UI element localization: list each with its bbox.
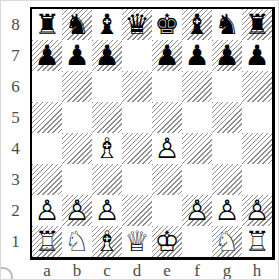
square-f7[interactable]: ♟ <box>182 40 212 71</box>
square-f1[interactable] <box>182 226 212 257</box>
file-label-h: h <box>242 260 272 280</box>
black-pawn[interactable]: ♟ <box>242 40 272 71</box>
square-g7[interactable]: ♟ <box>212 40 242 71</box>
square-g5[interactable] <box>212 102 242 133</box>
piece-outline: ♙ <box>92 195 122 226</box>
square-h4[interactable] <box>242 133 272 164</box>
rank-label-3: 3 <box>1 164 30 195</box>
square-c2[interactable]: ♟♙ <box>92 195 122 226</box>
square-f6[interactable] <box>182 71 212 102</box>
white-knight[interactable]: ♞♘ <box>62 226 92 257</box>
file-label-c: c <box>92 260 122 280</box>
square-h5[interactable] <box>242 102 272 133</box>
square-b6[interactable] <box>62 71 92 102</box>
square-b1[interactable]: ♞♘ <box>62 226 92 257</box>
rank-label-4: 4 <box>1 133 30 164</box>
square-f3[interactable] <box>182 164 212 195</box>
square-f5[interactable] <box>182 102 212 133</box>
file-label-d: d <box>122 260 152 280</box>
square-g3[interactable] <box>212 164 242 195</box>
square-d4[interactable] <box>122 133 152 164</box>
square-c1[interactable]: ♝♗ <box>92 226 122 257</box>
black-pawn[interactable]: ♟ <box>62 40 92 71</box>
piece-outline: ♖ <box>242 226 272 257</box>
black-pawn[interactable]: ♟ <box>92 40 122 71</box>
square-d3[interactable] <box>122 164 152 195</box>
square-f4[interactable] <box>182 133 212 164</box>
rank-label-7: 7 <box>1 40 30 71</box>
window-corner-artifact <box>0 267 13 280</box>
square-b5[interactable] <box>62 102 92 133</box>
file-label-e: e <box>152 260 182 280</box>
white-bishop[interactable]: ♝♗ <box>92 226 122 257</box>
white-rook[interactable]: ♜♖ <box>32 226 62 257</box>
white-knight[interactable]: ♞♘ <box>212 226 242 257</box>
square-h7[interactable]: ♟ <box>242 40 272 71</box>
square-h8[interactable]: ♜ <box>242 9 272 40</box>
square-a8[interactable]: ♜ <box>32 9 62 40</box>
square-e1[interactable]: ♚♔ <box>152 226 182 257</box>
rank-label-6: 6 <box>1 71 30 102</box>
black-pawn[interactable]: ♟ <box>182 40 212 71</box>
square-e7[interactable]: ♟ <box>152 40 182 71</box>
square-c5[interactable] <box>92 102 122 133</box>
white-pawn[interactable]: ♟♙ <box>92 195 122 226</box>
square-a5[interactable] <box>32 102 62 133</box>
square-f2[interactable]: ♟♙ <box>182 195 212 226</box>
white-pawn[interactable]: ♟♙ <box>32 195 62 226</box>
piece-outline: ♙ <box>242 195 272 226</box>
white-bishop[interactable]: ♝♗ <box>92 133 122 164</box>
square-c8[interactable]: ♝ <box>92 9 122 40</box>
black-rook[interactable]: ♜ <box>32 9 62 40</box>
piece-outline: ♖ <box>32 226 62 257</box>
white-pawn[interactable]: ♟♙ <box>242 195 272 226</box>
chess-diagram-window: 87654321 ♜♞♝♛♚♝♞♜♟♟♟♟♟♟♟♝♗♟♙♟♙♟♙♟♙♟♙♟♙♟♙… <box>0 0 279 280</box>
square-a2[interactable]: ♟♙ <box>32 195 62 226</box>
piece-outline: ♔ <box>152 226 182 257</box>
square-g6[interactable] <box>212 71 242 102</box>
white-pawn[interactable]: ♟♙ <box>212 195 242 226</box>
piece-outline: ♗ <box>92 226 122 257</box>
square-c3[interactable] <box>92 164 122 195</box>
rank-label-8: 8 <box>1 9 30 40</box>
piece-outline: ♙ <box>32 195 62 226</box>
square-g8[interactable]: ♞ <box>212 9 242 40</box>
rank-label-5: 5 <box>1 102 30 133</box>
black-king[interactable]: ♚ <box>152 9 182 40</box>
black-bishop[interactable]: ♝ <box>182 9 212 40</box>
square-g2[interactable]: ♟♙ <box>212 195 242 226</box>
square-f8[interactable]: ♝ <box>182 9 212 40</box>
square-d2[interactable] <box>122 195 152 226</box>
piece-outline: ♙ <box>62 195 92 226</box>
square-e8[interactable]: ♚ <box>152 9 182 40</box>
square-a1[interactable]: ♜♖ <box>32 226 62 257</box>
square-e3[interactable] <box>152 164 182 195</box>
piece-outline: ♘ <box>212 226 242 257</box>
square-b4[interactable] <box>62 133 92 164</box>
white-pawn[interactable]: ♟♙ <box>62 195 92 226</box>
black-knight[interactable]: ♞ <box>212 9 242 40</box>
white-queen[interactable]: ♛♕ <box>122 226 152 257</box>
black-pawn[interactable]: ♟ <box>152 40 182 71</box>
black-queen[interactable]: ♛ <box>122 9 152 40</box>
square-a3[interactable] <box>32 164 62 195</box>
square-b8[interactable]: ♞ <box>62 9 92 40</box>
square-e2[interactable] <box>152 195 182 226</box>
square-h3[interactable] <box>242 164 272 195</box>
white-king[interactable]: ♚♔ <box>152 226 182 257</box>
square-b7[interactable]: ♟ <box>62 40 92 71</box>
square-c7[interactable]: ♟ <box>92 40 122 71</box>
piece-outline: ♙ <box>182 195 212 226</box>
file-label-b: b <box>62 260 92 280</box>
piece-outline: ♗ <box>92 133 122 164</box>
square-g1[interactable]: ♞♘ <box>212 226 242 257</box>
black-pawn[interactable]: ♟ <box>212 40 242 71</box>
black-bishop[interactable]: ♝ <box>92 9 122 40</box>
square-e5[interactable] <box>152 102 182 133</box>
piece-outline: ♙ <box>152 133 182 164</box>
piece-outline: ♙ <box>212 195 242 226</box>
square-e6[interactable] <box>152 71 182 102</box>
square-c6[interactable] <box>92 71 122 102</box>
square-d8[interactable]: ♛ <box>122 9 152 40</box>
square-d6[interactable] <box>122 71 152 102</box>
chess-board[interactable]: ♜♞♝♛♚♝♞♜♟♟♟♟♟♟♟♝♗♟♙♟♙♟♙♟♙♟♙♟♙♟♙♜♖♞♘♝♗♛♕♚… <box>30 7 275 260</box>
square-h1[interactable]: ♜♖ <box>242 226 272 257</box>
piece-outline: ♕ <box>122 226 152 257</box>
file-label-g: g <box>212 260 242 280</box>
rank-labels: 87654321 <box>1 9 30 257</box>
black-rook[interactable]: ♜ <box>242 9 272 40</box>
square-e4[interactable]: ♟♙ <box>152 133 182 164</box>
square-b2[interactable]: ♟♙ <box>62 195 92 226</box>
square-c4[interactable]: ♝♗ <box>92 133 122 164</box>
square-d7[interactable] <box>122 40 152 71</box>
white-pawn[interactable]: ♟♙ <box>152 133 182 164</box>
piece-outline: ♘ <box>62 226 92 257</box>
square-b3[interactable] <box>62 164 92 195</box>
white-rook[interactable]: ♜♖ <box>242 226 272 257</box>
square-a4[interactable] <box>32 133 62 164</box>
white-pawn[interactable]: ♟♙ <box>182 195 212 226</box>
black-pawn[interactable]: ♟ <box>32 40 62 71</box>
black-knight[interactable]: ♞ <box>62 9 92 40</box>
rank-label-1: 1 <box>1 226 30 257</box>
square-h6[interactable] <box>242 71 272 102</box>
square-a7[interactable]: ♟ <box>32 40 62 71</box>
file-labels: abcdefgh <box>32 260 272 280</box>
square-d5[interactable] <box>122 102 152 133</box>
square-d1[interactable]: ♛♕ <box>122 226 152 257</box>
file-label-f: f <box>182 260 212 280</box>
square-h2[interactable]: ♟♙ <box>242 195 272 226</box>
square-a6[interactable] <box>32 71 62 102</box>
square-g4[interactable] <box>212 133 242 164</box>
file-label-a: a <box>32 260 62 280</box>
rank-label-2: 2 <box>1 195 30 226</box>
